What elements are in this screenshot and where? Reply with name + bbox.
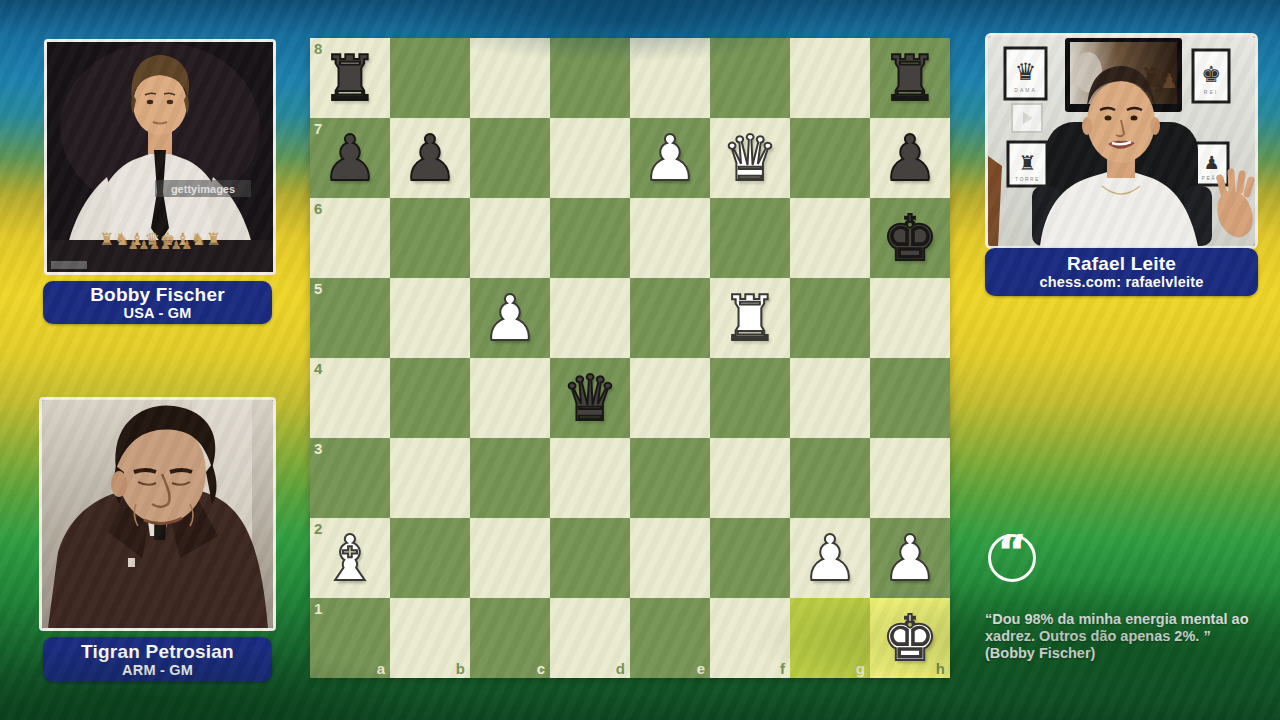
- commentator-handle: chess.com: rafaelvleite: [1039, 274, 1203, 291]
- tigran-petrosian-illustration: [42, 400, 273, 628]
- player-plate-bottom: Tigran Petrosian ARM - GM: [43, 637, 272, 682]
- board-square[interactable]: [550, 198, 630, 278]
- player-federation-top: USA - GM: [124, 305, 192, 322]
- board-square[interactable]: [710, 518, 790, 598]
- board-square[interactable]: [470, 38, 550, 118]
- board-square[interactable]: [710, 358, 790, 438]
- board-square[interactable]: 2♝: [310, 518, 390, 598]
- board-square[interactable]: 4: [310, 358, 390, 438]
- board-square[interactable]: [630, 518, 710, 598]
- player-plate-top: Bobby Fischer USA - GM: [43, 281, 272, 324]
- piece-black-king[interactable]: ♚: [870, 198, 950, 278]
- bobby-fischer-illustration: ♜♞♝♛♚♝♞♜ ♟♟♟♟♟♟ gettyimages: [47, 42, 273, 272]
- board-square[interactable]: [630, 198, 710, 278]
- board-square[interactable]: [470, 358, 550, 438]
- board-square[interactable]: [470, 118, 550, 198]
- frame-king: ♚ REI: [1193, 50, 1229, 102]
- rank-label: 5: [314, 281, 322, 296]
- commentator-name: Rafael Leite: [1067, 253, 1176, 274]
- quote-glyph: “: [991, 529, 1033, 575]
- piece-white-bishop[interactable]: ♝: [310, 518, 390, 598]
- quote-attribution: (Bobby Fischer): [985, 645, 1277, 662]
- board-square[interactable]: ♟: [790, 518, 870, 598]
- board-square[interactable]: 3: [310, 438, 390, 518]
- board-square[interactable]: g: [790, 598, 870, 678]
- board-square[interactable]: [550, 518, 630, 598]
- svg-text:♟♟♟♟♟♟: ♟♟♟♟♟♟: [128, 238, 193, 252]
- board-square[interactable]: [710, 38, 790, 118]
- file-label: e: [697, 661, 705, 676]
- board-square[interactable]: h♚: [870, 598, 950, 678]
- video-frame: ♜♞♝♛♚♝♞♜ ♟♟♟♟♟♟ gettyimages Bobby Fische…: [0, 0, 1280, 720]
- file-label: b: [456, 661, 465, 676]
- tigran-petrosian-photo: [39, 397, 276, 631]
- piece-black-rook[interactable]: ♜: [310, 38, 390, 118]
- board-square[interactable]: [390, 198, 470, 278]
- board-square[interactable]: c: [470, 598, 550, 678]
- board-square[interactable]: [790, 38, 870, 118]
- board-square[interactable]: 6: [310, 198, 390, 278]
- board-square[interactable]: ♛: [710, 118, 790, 198]
- piece-black-pawn[interactable]: ♟: [870, 118, 950, 198]
- getty-watermark: gettyimages: [171, 183, 235, 195]
- svg-text:REI: REI: [1204, 89, 1218, 95]
- svg-text:♚: ♚: [1201, 62, 1221, 87]
- board-square[interactable]: [710, 198, 790, 278]
- rank-label: 3: [314, 441, 322, 456]
- board-square[interactable]: 5: [310, 278, 390, 358]
- file-label: g: [856, 661, 865, 676]
- board-square[interactable]: [390, 518, 470, 598]
- youtube-plaque: [1012, 104, 1042, 132]
- commentator-webcam: ♜ ♟ ♟ ♛ DAMA ♜ TORRE ♚: [985, 33, 1258, 249]
- board-square[interactable]: [550, 118, 630, 198]
- board-square[interactable]: [470, 438, 550, 518]
- board-square[interactable]: [470, 198, 550, 278]
- piece-black-pawn[interactable]: ♟: [310, 118, 390, 198]
- board-square[interactable]: [470, 518, 550, 598]
- svg-text:♜: ♜: [1019, 151, 1037, 175]
- piece-black-rook[interactable]: ♜: [870, 38, 950, 118]
- rank-label: 1: [314, 601, 322, 616]
- board-square[interactable]: [790, 278, 870, 358]
- webcam-scene: ♜ ♟ ♟ ♛ DAMA ♜ TORRE ♚: [988, 36, 1255, 246]
- svg-text:TORRE: TORRE: [1015, 176, 1040, 182]
- board-square[interactable]: [710, 438, 790, 518]
- board-square[interactable]: [630, 438, 710, 518]
- board-square[interactable]: f: [710, 598, 790, 678]
- board-square[interactable]: ♟: [870, 518, 950, 598]
- board-square[interactable]: [870, 278, 950, 358]
- svg-text:♛: ♛: [1015, 58, 1037, 86]
- board-square[interactable]: ♟: [470, 278, 550, 358]
- board-square[interactable]: [550, 38, 630, 118]
- board-square[interactable]: 8♜: [310, 38, 390, 118]
- quote-block: “Dou 98% da minha energia mental ao xadr…: [985, 611, 1277, 662]
- board-square[interactable]: [870, 438, 950, 518]
- file-label: f: [780, 661, 785, 676]
- rank-label: 4: [314, 361, 322, 376]
- bobby-fischer-photo: ♜♞♝♛♚♝♞♜ ♟♟♟♟♟♟ gettyimages: [44, 39, 276, 275]
- piece-white-king[interactable]: ♚: [870, 598, 950, 678]
- commentator-plate: Rafael Leite chess.com: rafaelvleite: [985, 248, 1258, 296]
- board-square[interactable]: ♜: [710, 278, 790, 358]
- frame-queen: ♛ DAMA: [1005, 48, 1046, 99]
- piece-white-pawn[interactable]: ♟: [870, 518, 950, 598]
- board-square[interactable]: ♟: [630, 118, 710, 198]
- board-square[interactable]: b: [390, 598, 470, 678]
- board-square[interactable]: d: [550, 598, 630, 678]
- board-square[interactable]: ♛: [550, 358, 630, 438]
- board-square[interactable]: e: [630, 598, 710, 678]
- board-square[interactable]: 7♟: [310, 118, 390, 198]
- frame-rook: ♜ TORRE: [1008, 142, 1047, 186]
- svg-text:♟: ♟: [1160, 69, 1178, 93]
- board-square[interactable]: ♚: [870, 198, 950, 278]
- board-square[interactable]: [870, 358, 950, 438]
- board-square[interactable]: ♟: [390, 118, 470, 198]
- board-square[interactable]: [790, 358, 870, 438]
- piece-white-pawn[interactable]: ♟: [790, 518, 870, 598]
- board-square[interactable]: ♟: [870, 118, 950, 198]
- board-square[interactable]: [630, 38, 710, 118]
- board-square[interactable]: [630, 278, 710, 358]
- chess-board[interactable]: 8♜♜7♟♟♟♛♟6♚5♟♜4♛32♝♟♟1abcdefgh♚: [310, 38, 950, 678]
- piece-white-pawn[interactable]: ♟: [470, 278, 550, 358]
- board-square[interactable]: [790, 198, 870, 278]
- piece-white-queen[interactable]: ♛: [710, 118, 790, 198]
- player-federation-bottom: ARM - GM: [122, 662, 193, 679]
- svg-text:DAMA: DAMA: [1014, 87, 1036, 93]
- piece-white-rook[interactable]: ♜: [710, 278, 790, 358]
- board-square[interactable]: [550, 438, 630, 518]
- piece-black-queen[interactable]: ♛: [550, 358, 630, 438]
- board-square[interactable]: [790, 118, 870, 198]
- board-square[interactable]: [390, 358, 470, 438]
- board-square[interactable]: ♜: [870, 38, 950, 118]
- player-name-bottom: Tigran Petrosian: [81, 641, 234, 662]
- quote-text: “Dou 98% da minha energia mental ao xadr…: [985, 611, 1277, 645]
- svg-text:♟: ♟: [1203, 152, 1219, 173]
- piece-black-pawn[interactable]: ♟: [390, 118, 470, 198]
- file-label: c: [537, 661, 545, 676]
- board-square[interactable]: [390, 438, 470, 518]
- board-square[interactable]: 1a: [310, 598, 390, 678]
- board-square[interactable]: [790, 438, 870, 518]
- file-label: a: [377, 661, 385, 676]
- board-square[interactable]: [630, 358, 710, 438]
- board-square[interactable]: [390, 278, 470, 358]
- board-square[interactable]: [390, 38, 470, 118]
- player-name-top: Bobby Fischer: [90, 284, 225, 305]
- board-square[interactable]: [550, 278, 630, 358]
- quote-icon: “: [988, 534, 1036, 582]
- file-label: d: [616, 661, 625, 676]
- piece-white-pawn[interactable]: ♟: [630, 118, 710, 198]
- rank-label: 6: [314, 201, 322, 216]
